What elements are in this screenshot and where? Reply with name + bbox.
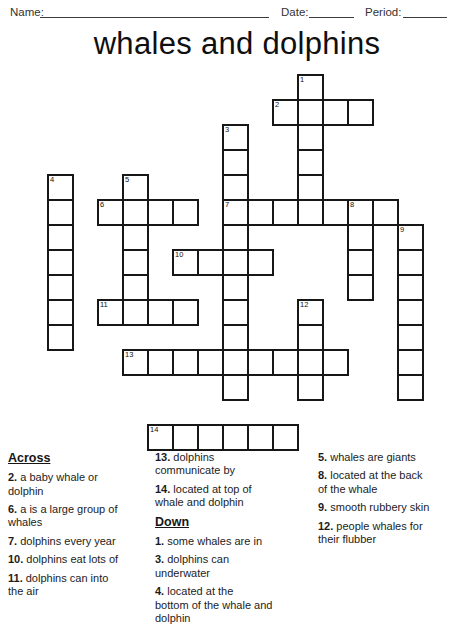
- cell-number-label: 4: [50, 176, 54, 184]
- grid-cell[interactable]: [223, 150, 248, 175]
- period-label: Period:: [365, 6, 401, 18]
- clue-text: some whales are in: [167, 535, 262, 547]
- grid-cell[interactable]: [198, 350, 223, 375]
- grid-cell[interactable]: [298, 125, 323, 150]
- grid-cell[interactable]: [123, 200, 148, 225]
- date-label: Date:: [281, 6, 309, 18]
- grid-cell[interactable]: [248, 350, 273, 375]
- cell-number-label: 9: [400, 226, 404, 234]
- clue-number: 12.: [318, 520, 336, 532]
- grid-cell[interactable]: 9: [398, 225, 423, 250]
- grid-cell[interactable]: [298, 375, 323, 400]
- grid-cell[interactable]: [48, 200, 73, 225]
- grid-cell[interactable]: [173, 300, 198, 325]
- clue-text: a is a large group of whales: [8, 503, 117, 528]
- cell-number-label: 5: [125, 176, 129, 184]
- grid-cell[interactable]: [348, 250, 373, 275]
- clue-7: 7. dolphins every year: [8, 535, 155, 548]
- grid-cell[interactable]: [398, 300, 423, 325]
- grid-cell[interactable]: [398, 250, 423, 275]
- grid-cell[interactable]: [398, 275, 423, 300]
- clue-number: 14.: [155, 483, 173, 495]
- grid-cell[interactable]: [223, 375, 248, 400]
- grid-cell[interactable]: [298, 325, 323, 350]
- clue-number: 1.: [155, 535, 167, 547]
- grid-cell[interactable]: 10: [173, 250, 198, 275]
- clue-text: whales are giants: [330, 451, 416, 463]
- grid-cell[interactable]: [398, 350, 423, 375]
- grid-cell[interactable]: [273, 425, 298, 450]
- grid-cell[interactable]: [48, 250, 73, 275]
- clue-text: smooth rubbery skin: [330, 501, 429, 513]
- clue-text: dolphins eat lots of: [26, 553, 118, 565]
- grid-cell[interactable]: [48, 325, 73, 350]
- clues-heading-down: Down: [155, 515, 315, 530]
- grid-cell[interactable]: [298, 150, 323, 175]
- clues-column-across: Across2. a baby whale or dolphin6. a is …: [8, 451, 155, 604]
- grid-cell[interactable]: [223, 350, 248, 375]
- grid-cell[interactable]: [223, 275, 248, 300]
- grid-cell[interactable]: [223, 225, 248, 250]
- clue-number: 5.: [318, 451, 330, 463]
- grid-cell[interactable]: [323, 350, 348, 375]
- clue-text: located at the bottom of the whale and d…: [155, 585, 272, 624]
- grid-cell[interactable]: [123, 300, 148, 325]
- grid-cell[interactable]: 3: [223, 125, 248, 150]
- grid-cell[interactable]: 14: [148, 425, 173, 450]
- grid-cell[interactable]: 11: [98, 300, 123, 325]
- grid-cell[interactable]: [223, 300, 248, 325]
- grid-cell[interactable]: [348, 275, 373, 300]
- cell-number-label: 1: [300, 76, 304, 84]
- clue-number: 2.: [8, 471, 20, 483]
- clue-number: 7.: [8, 535, 20, 547]
- cell-number-label: 8: [350, 201, 354, 209]
- grid-cell[interactable]: [298, 100, 323, 125]
- grid-cell[interactable]: [248, 200, 273, 225]
- clues-column-right: 5. whales are giants8. located at the ba…: [318, 451, 470, 551]
- cell-number-label: 10: [175, 251, 183, 259]
- clue-number: 3.: [155, 553, 167, 565]
- name-label: Name:: [10, 6, 44, 18]
- grid-cell[interactable]: 4: [48, 175, 73, 200]
- grid-cell[interactable]: [48, 275, 73, 300]
- grid-cell[interactable]: [48, 225, 73, 250]
- grid-cell[interactable]: [123, 250, 148, 275]
- period-blank-line[interactable]: [403, 4, 447, 18]
- grid-cell[interactable]: [48, 300, 73, 325]
- worksheet-page: Name: Date: Period: whales and dolphins …: [0, 0, 474, 629]
- cell-number-label: 11: [100, 301, 108, 309]
- grid-cell[interactable]: [123, 275, 148, 300]
- clues-heading-across: Across: [8, 451, 155, 466]
- grid-cell[interactable]: [223, 175, 248, 200]
- grid-cell[interactable]: [198, 425, 223, 450]
- grid-cell[interactable]: 12: [298, 300, 323, 325]
- clue-number: 10.: [8, 553, 26, 565]
- clue-text: dolphins every year: [20, 535, 115, 547]
- clue-14: 14. located at top of whale and dolphin: [155, 483, 315, 510]
- grid-cell[interactable]: [298, 350, 323, 375]
- cell-number-label: 7: [225, 201, 229, 209]
- grid-cell[interactable]: [323, 100, 348, 125]
- grid-cell[interactable]: [273, 200, 298, 225]
- grid-cell[interactable]: 6: [98, 200, 123, 225]
- crossword-grid: 1234567891011121314: [48, 75, 423, 450]
- clue-number: 4.: [155, 585, 167, 597]
- clue-9: 9. smooth rubbery skin: [318, 501, 470, 514]
- grid-cell[interactable]: 1: [298, 75, 323, 100]
- clue-number: 9.: [318, 501, 330, 513]
- grid-cell[interactable]: [223, 325, 248, 350]
- grid-cell[interactable]: [223, 425, 248, 450]
- clue-6: 6. a is a large group of whales: [8, 503, 155, 530]
- grid-cell[interactable]: [273, 350, 298, 375]
- clue-text: a baby whale or dolphin: [8, 471, 98, 496]
- grid-cell[interactable]: [148, 200, 173, 225]
- grid-cell[interactable]: [198, 250, 223, 275]
- grid-cell[interactable]: 5: [123, 175, 148, 200]
- grid-cell[interactable]: [223, 250, 248, 275]
- clue-13: 13. dolphins communicate by: [155, 451, 315, 478]
- grid-cell[interactable]: [248, 425, 273, 450]
- puzzle-title: whales and dolphins: [0, 26, 474, 62]
- grid-cell[interactable]: [348, 100, 373, 125]
- grid-cell[interactable]: 7: [223, 200, 248, 225]
- clues-column-middle: 13. dolphins communicate by14. located a…: [155, 451, 315, 629]
- clue-text: located at the back of the whale: [318, 469, 423, 494]
- grid-cell[interactable]: [298, 200, 323, 225]
- cell-number-label: 6: [100, 201, 104, 209]
- clue-number: 6.: [8, 503, 20, 515]
- name-blank-line[interactable]: [40, 4, 269, 18]
- grid-cell[interactable]: [398, 375, 423, 400]
- grid-cell[interactable]: [148, 300, 173, 325]
- clue-3: 3. dolphins can underwater: [155, 553, 315, 580]
- grid-cell[interactable]: [348, 225, 373, 250]
- grid-cell[interactable]: [173, 200, 198, 225]
- grid-cell[interactable]: [398, 325, 423, 350]
- cell-number-label: 13: [125, 351, 133, 359]
- cell-number-label: 12: [300, 301, 308, 309]
- clue-4: 4. located at the bottom of the whale an…: [155, 585, 315, 625]
- grid-cell[interactable]: [373, 200, 398, 225]
- clue-8: 8. located at the back of the whale: [318, 469, 470, 496]
- clue-1: 1. some whales are in: [155, 535, 315, 548]
- clue-2: 2. a baby whale or dolphin: [8, 471, 155, 498]
- clue-text: dolphins can underwater: [155, 553, 229, 578]
- grid-cell[interactable]: [148, 350, 173, 375]
- grid-cell[interactable]: [173, 425, 198, 450]
- grid-cell[interactable]: [323, 200, 348, 225]
- grid-cell[interactable]: [298, 175, 323, 200]
- cell-number-label: 2: [275, 101, 279, 109]
- grid-cell[interactable]: 2: [273, 100, 298, 125]
- grid-cell[interactable]: [248, 250, 273, 275]
- clue-number: 8.: [318, 469, 330, 481]
- clue-5: 5. whales are giants: [318, 451, 470, 464]
- clue-10: 10. dolphins eat lots of: [8, 553, 155, 566]
- grid-cell[interactable]: [173, 350, 198, 375]
- clue-number: 13.: [155, 451, 173, 463]
- clue-12: 12. people whales for their flubber: [318, 520, 470, 547]
- clue-11: 11. dolphins can into the air: [8, 572, 155, 599]
- grid-cell[interactable]: [123, 225, 148, 250]
- grid-cell[interactable]: 13: [123, 350, 148, 375]
- date-blank-line[interactable]: [309, 4, 354, 18]
- clue-number: 11.: [8, 572, 26, 584]
- cell-number-label: 14: [150, 426, 158, 434]
- cell-number-label: 3: [225, 126, 229, 134]
- grid-cell[interactable]: 8: [348, 200, 373, 225]
